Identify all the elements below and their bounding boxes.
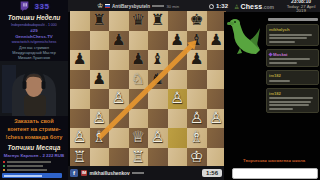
brand-text: Chess	[240, 3, 262, 10]
dragon-mascot-image	[226, 16, 264, 56]
donation-progress-bar	[2, 173, 62, 178]
right-panel: mikhalych Moskat im182 im182	[224, 12, 320, 180]
top-player-name[interactable]: AntiBarysbyuteln	[112, 4, 150, 9]
piece-black-king: ♚	[190, 11, 204, 31]
monthly-top-entry: Магнус Карлсен - 2 222 RUB	[0, 153, 68, 158]
square-d7[interactable]	[129, 31, 149, 51]
square-g3[interactable]: ♙	[187, 109, 207, 129]
bottom-player-rating-placeholder	[132, 172, 144, 174]
piece-black-pawn: ♟	[170, 31, 184, 51]
piece-white-knight: ♘	[131, 70, 145, 90]
square-c4[interactable]: ♙	[109, 89, 129, 109]
chat-text-line	[269, 97, 313, 99]
square-b4[interactable]	[90, 89, 110, 109]
piece-black-pawn: ♟	[92, 70, 106, 90]
piece-white-queen: ♕	[131, 128, 145, 148]
time-control-label: 30 min	[167, 4, 180, 9]
channel-url[interactable]: www.twitch.tv/gennichchess	[0, 40, 68, 44]
bottom-player-bar: f IM mikhaillushenkov 1:56	[68, 166, 228, 180]
square-a3[interactable]	[70, 109, 90, 129]
square-d6[interactable]: ♟	[129, 50, 149, 70]
piece-black-pawn: ♟	[131, 50, 145, 70]
chat-username[interactable]: im182	[269, 91, 316, 96]
square-e6[interactable]: ♝	[148, 50, 168, 70]
square-a4[interactable]	[70, 89, 90, 109]
chat-text-line	[269, 108, 293, 110]
square-d5[interactable]: ♘	[129, 70, 149, 90]
square-b1[interactable]	[90, 148, 110, 168]
square-d8[interactable]: ♛	[129, 11, 149, 31]
promo-line-3: !chess команда боту	[0, 134, 68, 140]
stream-frame: 335 Топчики Недели Independobadopoulit -…	[0, 0, 320, 180]
square-a7[interactable]	[70, 31, 90, 51]
square-f3[interactable]	[168, 109, 188, 129]
pawn-logo-icon: ♙	[234, 3, 239, 10]
channel-name: GennichChess.TV	[0, 34, 68, 39]
square-d2[interactable]: ♕	[129, 128, 149, 148]
webcam-feed	[0, 61, 68, 116]
torso	[24, 95, 46, 116]
square-b6[interactable]	[90, 50, 110, 70]
chat-text-line	[269, 34, 312, 36]
square-a1[interactable]: ♖	[70, 148, 90, 168]
square-b7[interactable]	[90, 31, 110, 51]
dragon-snout	[227, 22, 234, 25]
piece-black-pawn: ♟	[112, 31, 126, 51]
square-b2[interactable]: ♗	[90, 128, 110, 148]
square-f8[interactable]	[168, 11, 188, 31]
weekly-top-rank: #29	[0, 28, 68, 33]
square-g5[interactable]	[187, 70, 207, 90]
twitch-icon	[19, 1, 30, 12]
square-g1[interactable]: ♔	[187, 148, 207, 168]
monthly-top-title: Топчики Месяца	[0, 144, 68, 151]
square-e4[interactable]	[148, 89, 168, 109]
weekly-top-entry: Independobadopoulit - 1 000	[0, 23, 68, 27]
fine-print-block	[0, 159, 68, 171]
top-player-clock: 1:32	[216, 3, 228, 9]
piece-white-pawn: ♙	[73, 128, 87, 148]
square-f2[interactable]	[168, 128, 188, 148]
square-c2[interactable]	[109, 128, 129, 148]
chat-text-line	[269, 62, 297, 64]
piece-white-rook: ♖	[131, 148, 145, 168]
chat-text-line	[269, 101, 311, 103]
square-d1[interactable]: ♖	[129, 148, 149, 168]
square-g7[interactable]: ♝	[187, 31, 207, 51]
square-c1[interactable]	[109, 148, 129, 168]
chat-text-line	[269, 104, 309, 106]
chesscom-logo[interactable]: ♙ Chess .com	[234, 3, 274, 10]
square-e1[interactable]	[148, 148, 168, 168]
chess-board: ♜♛♜♚♟♟♝♟♟♟♝♟♟♘♞♙♙♙♙♙♙♗♕♙♗♖♖♔	[70, 11, 226, 167]
square-f4[interactable]: ♙	[168, 89, 188, 109]
square-c6[interactable]	[109, 50, 129, 70]
square-c7[interactable]: ♟	[109, 31, 129, 51]
square-c5[interactable]	[109, 70, 129, 90]
piece-black-pawn: ♟	[190, 50, 204, 70]
square-g4[interactable]	[187, 89, 207, 109]
headphone-cup-right	[42, 81, 46, 89]
piece-white-pawn: ♙	[209, 109, 223, 129]
piece-black-bishop: ♝	[190, 31, 204, 51]
piece-black-queen: ♛	[131, 11, 145, 31]
headphone-cup-left	[23, 81, 27, 89]
square-c3[interactable]	[109, 109, 129, 129]
piece-black-rook: ♜	[92, 11, 106, 31]
square-e2[interactable]: ♙	[148, 128, 168, 148]
streamer-line-3: Михаил Лушенков	[0, 56, 68, 60]
chat-text-line	[269, 58, 310, 60]
viewer-count: 335	[35, 2, 50, 11]
fine-print-line	[3, 161, 68, 163]
piece-white-bishop: ♗	[92, 128, 106, 148]
top-player-rating-placeholder	[152, 5, 163, 7]
piece-black-pawn: ♟	[73, 50, 87, 70]
fine-print-line	[3, 169, 68, 171]
chat-message: im182	[266, 88, 319, 113]
piece-black-rook: ♜	[151, 11, 165, 31]
piece-white-pawn: ♙	[190, 109, 204, 129]
facebook-icon[interactable]: f	[70, 169, 78, 177]
square-d4[interactable]	[129, 89, 149, 109]
square-a2[interactable]: ♙	[70, 128, 90, 148]
chat-scrollbar[interactable]	[268, 18, 318, 21]
dragon-eye	[234, 21, 236, 23]
chat-badge-icon	[268, 52, 272, 56]
square-e8[interactable]: ♜	[148, 11, 168, 31]
promo-line-1: Заказать свой	[0, 118, 68, 124]
square-a5[interactable]	[70, 70, 90, 90]
white-king-icon: ♔	[97, 3, 103, 10]
chat-username[interactable]: Moskat	[269, 52, 316, 57]
twitch-row: 335	[0, 0, 68, 13]
square-g8[interactable]: ♚	[187, 11, 207, 31]
left-overlay-panel: 335 Топчики Недели Independobadopoulit -…	[0, 0, 68, 180]
chat-message: Moskat	[266, 49, 319, 67]
square-g2[interactable]: ♗	[187, 128, 207, 148]
piece-white-king: ♔	[190, 148, 204, 168]
square-e7[interactable]	[148, 31, 168, 51]
piece-white-pawn: ♙	[92, 109, 106, 129]
weekly-top-title: Топчики Недели	[0, 14, 68, 21]
streamer-line-2: Международный Мастер	[0, 51, 68, 55]
square-e5[interactable]: ♞	[148, 70, 168, 90]
streamer-line-1: Для вас стримил	[0, 46, 68, 50]
chat-text-line	[269, 80, 290, 82]
chat-panel: mikhalych Moskat im182 im182	[266, 24, 319, 116]
piece-white-pawn: ♙	[112, 89, 126, 109]
square-e3[interactable]	[148, 109, 168, 129]
square-f6[interactable]	[168, 50, 188, 70]
clock-icon	[209, 4, 214, 9]
square-a8[interactable]	[70, 11, 90, 31]
fine-print-line	[3, 165, 68, 167]
square-d3[interactable]	[129, 109, 149, 129]
square-c8[interactable]	[109, 11, 129, 31]
square-f1[interactable]	[168, 148, 188, 168]
chat-username[interactable]: mikhalych	[269, 27, 316, 32]
bottom-player-name[interactable]: mikhaillushenkov	[89, 171, 129, 176]
piece-white-bishop: ♗	[190, 128, 204, 148]
square-f5[interactable]	[168, 70, 188, 90]
piece-white-pawn: ♙	[151, 128, 165, 148]
square-b5[interactable]: ♟	[90, 70, 110, 90]
piece-black-bishop: ♝	[151, 50, 165, 70]
chat-text-line	[269, 41, 295, 43]
chat-footer-text: Творческая шахматная школа	[230, 158, 318, 163]
piece-white-rook: ♖	[73, 148, 87, 168]
square-g6[interactable]: ♟	[187, 50, 207, 70]
piece-black-pawn: ♟	[209, 31, 223, 51]
square-f7[interactable]: ♟	[168, 31, 188, 51]
im-title-badge: IM	[81, 170, 87, 176]
piece-white-pawn: ♙	[170, 89, 184, 109]
square-b8[interactable]: ♜	[90, 11, 110, 31]
square-a6[interactable]: ♟	[70, 50, 90, 70]
chat-message: im182	[266, 70, 319, 85]
chat-input[interactable]	[232, 168, 318, 179]
square-b3[interactable]: ♙	[90, 109, 110, 129]
bottom-player-clock: 1:56	[202, 169, 222, 177]
chat-text-line	[269, 37, 307, 39]
top-player-flag-icon	[105, 4, 110, 8]
chat-message: mikhalych	[266, 24, 319, 46]
brand-suffix-text: .com	[262, 4, 274, 10]
promo-line-2: контент на стриме-	[0, 126, 68, 132]
piece-black-knight: ♞	[151, 70, 165, 90]
chat-username[interactable]: im182	[269, 73, 316, 78]
